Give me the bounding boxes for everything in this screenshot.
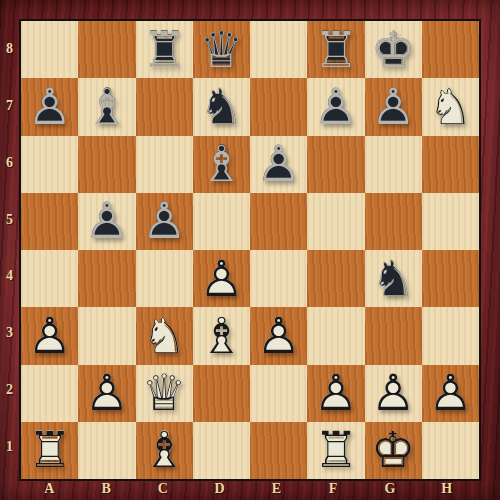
- black-rook-outline: ♖: [307, 21, 364, 78]
- square-b4[interactable]: [78, 250, 135, 307]
- white-knight-outline: ♘: [136, 307, 193, 364]
- piece-white-pawn[interactable]: ♟♙: [21, 307, 78, 364]
- square-a3[interactable]: ♟♙: [21, 307, 78, 364]
- square-d4[interactable]: ♟♙: [193, 250, 250, 307]
- square-c5[interactable]: ♟♙: [136, 193, 193, 250]
- piece-black-queen[interactable]: ♛♕: [193, 21, 250, 78]
- white-king-outline: ♔: [365, 422, 422, 479]
- black-knight-outline: ♘: [193, 78, 250, 135]
- piece-white-pawn[interactable]: ♟♙: [365, 365, 422, 422]
- rank-label-2: 2: [0, 362, 19, 419]
- black-pawn-outline: ♙: [78, 193, 135, 250]
- file-label-c: C: [135, 479, 192, 499]
- square-g6[interactable]: [365, 136, 422, 193]
- square-f8[interactable]: ♜♖: [307, 21, 364, 78]
- square-d2[interactable]: [193, 365, 250, 422]
- piece-white-pawn[interactable]: ♟♙: [250, 307, 307, 364]
- rank-label-3: 3: [0, 305, 19, 362]
- square-a8[interactable]: [21, 21, 78, 78]
- square-h4[interactable]: [422, 250, 479, 307]
- piece-black-rook[interactable]: ♜♖: [136, 21, 193, 78]
- square-e2[interactable]: [250, 365, 307, 422]
- rank-label-1: 1: [0, 418, 19, 475]
- rank-labels: 87654321: [0, 21, 19, 475]
- black-knight-outline: ♘: [365, 250, 422, 307]
- file-label-d: D: [191, 479, 248, 499]
- piece-black-pawn[interactable]: ♟♙: [21, 78, 78, 135]
- rank-label-8: 8: [0, 21, 19, 78]
- square-h8[interactable]: [422, 21, 479, 78]
- white-rook-outline: ♖: [307, 422, 364, 479]
- black-pawn-outline: ♙: [307, 78, 364, 135]
- white-pawn-outline: ♙: [21, 307, 78, 364]
- white-queen-outline: ♕: [136, 365, 193, 422]
- piece-black-knight[interactable]: ♞♘: [193, 78, 250, 135]
- square-a5[interactable]: [21, 193, 78, 250]
- piece-black-pawn[interactable]: ♟♙: [78, 193, 135, 250]
- square-d5[interactable]: [193, 193, 250, 250]
- square-e8[interactable]: [250, 21, 307, 78]
- square-c2[interactable]: ♛♕: [136, 365, 193, 422]
- white-pawn-outline: ♙: [250, 307, 307, 364]
- black-queen-outline: ♕: [193, 21, 250, 78]
- square-d6[interactable]: ♝♗: [193, 136, 250, 193]
- square-b1[interactable]: [78, 422, 135, 479]
- square-b7[interactable]: ♝♗: [78, 78, 135, 135]
- square-a4[interactable]: [21, 250, 78, 307]
- square-a6[interactable]: [21, 136, 78, 193]
- file-label-g: G: [362, 479, 419, 499]
- piece-white-pawn[interactable]: ♟♙: [307, 365, 364, 422]
- white-pawn-outline: ♙: [78, 365, 135, 422]
- black-pawn-outline: ♙: [136, 193, 193, 250]
- piece-black-bishop[interactable]: ♝♗: [193, 136, 250, 193]
- square-e7[interactable]: [250, 78, 307, 135]
- square-h5[interactable]: [422, 193, 479, 250]
- piece-white-pawn[interactable]: ♟♙: [193, 250, 250, 307]
- square-g2[interactable]: ♟♙: [365, 365, 422, 422]
- square-e5[interactable]: [250, 193, 307, 250]
- black-bishop-outline: ♗: [193, 136, 250, 193]
- square-c8[interactable]: ♜♖: [136, 21, 193, 78]
- square-e3[interactable]: ♟♙: [250, 307, 307, 364]
- file-label-a: A: [21, 479, 78, 499]
- square-f1[interactable]: ♜♖: [307, 422, 364, 479]
- rank-label-4: 4: [0, 248, 19, 305]
- white-pawn-outline: ♙: [307, 365, 364, 422]
- square-b8[interactable]: [78, 21, 135, 78]
- piece-black-pawn[interactable]: ♟♙: [250, 136, 307, 193]
- square-c4[interactable]: [136, 250, 193, 307]
- black-bishop-outline: ♗: [78, 78, 135, 135]
- file-label-f: F: [305, 479, 362, 499]
- file-label-b: B: [78, 479, 135, 499]
- black-pawn-outline: ♙: [250, 136, 307, 193]
- piece-black-knight[interactable]: ♞♘: [365, 250, 422, 307]
- black-pawn-outline: ♙: [365, 78, 422, 135]
- square-f3[interactable]: [307, 307, 364, 364]
- white-bishop-outline: ♗: [193, 307, 250, 364]
- square-b6[interactable]: [78, 136, 135, 193]
- rank-label-5: 5: [0, 191, 19, 248]
- white-pawn-outline: ♙: [422, 365, 479, 422]
- piece-black-bishop[interactable]: ♝♗: [78, 78, 135, 135]
- white-bishop-outline: ♗: [136, 422, 193, 479]
- square-g7[interactable]: ♟♙: [365, 78, 422, 135]
- piece-black-pawn[interactable]: ♟♙: [307, 78, 364, 135]
- square-f6[interactable]: [307, 136, 364, 193]
- square-c6[interactable]: [136, 136, 193, 193]
- square-g8[interactable]: ♚♔: [365, 21, 422, 78]
- rank-label-7: 7: [0, 78, 19, 135]
- piece-white-bishop[interactable]: ♝♗: [193, 307, 250, 364]
- square-a1[interactable]: ♜♖: [21, 422, 78, 479]
- square-c7[interactable]: [136, 78, 193, 135]
- square-d1[interactable]: [193, 422, 250, 479]
- piece-black-pawn[interactable]: ♟♙: [365, 78, 422, 135]
- file-label-h: H: [418, 479, 475, 499]
- piece-black-rook[interactable]: ♜♖: [307, 21, 364, 78]
- square-c3[interactable]: ♞♘: [136, 307, 193, 364]
- square-d7[interactable]: ♞♘: [193, 78, 250, 135]
- square-a2[interactable]: [21, 365, 78, 422]
- square-a7[interactable]: ♟♙: [21, 78, 78, 135]
- square-b3[interactable]: [78, 307, 135, 364]
- piece-black-king[interactable]: ♚♔: [365, 21, 422, 78]
- piece-white-rook[interactable]: ♜♖: [21, 422, 78, 479]
- file-label-e: E: [248, 479, 305, 499]
- square-g3[interactable]: [365, 307, 422, 364]
- rank-label-6: 6: [0, 135, 19, 192]
- piece-white-knight[interactable]: ♞♘: [136, 307, 193, 364]
- black-king-outline: ♔: [365, 21, 422, 78]
- square-h6[interactable]: [422, 136, 479, 193]
- white-rook-outline: ♖: [21, 422, 78, 479]
- square-g5[interactable]: [365, 193, 422, 250]
- piece-white-queen[interactable]: ♛♕: [136, 365, 193, 422]
- piece-white-bishop[interactable]: ♝♗: [136, 422, 193, 479]
- square-h2[interactable]: ♟♙: [422, 365, 479, 422]
- file-labels: ABCDEFGH: [21, 479, 475, 499]
- black-rook-outline: ♖: [136, 21, 193, 78]
- black-pawn-outline: ♙: [21, 78, 78, 135]
- square-d8[interactable]: ♛♕: [193, 21, 250, 78]
- square-d3[interactable]: ♝♗: [193, 307, 250, 364]
- square-e4[interactable]: [250, 250, 307, 307]
- square-f4[interactable]: [307, 250, 364, 307]
- square-f2[interactable]: ♟♙: [307, 365, 364, 422]
- square-f5[interactable]: [307, 193, 364, 250]
- piece-white-pawn[interactable]: ♟♙: [78, 365, 135, 422]
- piece-black-pawn[interactable]: ♟♙: [136, 193, 193, 250]
- square-c1[interactable]: ♝♗: [136, 422, 193, 479]
- chess-diagram: 87654321 ABCDEFGH ♜♖♛♕♜♖♚♔♟♙♝♗♞♘♟♙♟♙♞♘♝♗…: [0, 0, 500, 500]
- white-knight-outline: ♘: [422, 78, 479, 135]
- chess-board: ♜♖♛♕♜♖♚♔♟♙♝♗♞♘♟♙♟♙♞♘♝♗♟♙♟♙♟♙♟♙♞♘♟♙♞♘♝♗♟♙…: [19, 19, 481, 481]
- white-pawn-outline: ♙: [365, 365, 422, 422]
- square-f7[interactable]: ♟♙: [307, 78, 364, 135]
- square-e6[interactable]: ♟♙: [250, 136, 307, 193]
- square-g1[interactable]: ♚♔: [365, 422, 422, 479]
- white-pawn-outline: ♙: [193, 250, 250, 307]
- piece-white-pawn[interactable]: ♟♙: [422, 365, 479, 422]
- piece-white-knight[interactable]: ♞♘: [422, 78, 479, 135]
- piece-white-king[interactable]: ♚♔: [365, 422, 422, 479]
- square-h1[interactable]: [422, 422, 479, 479]
- square-h3[interactable]: [422, 307, 479, 364]
- square-b2[interactable]: ♟♙: [78, 365, 135, 422]
- square-h7[interactable]: ♞♘: [422, 78, 479, 135]
- piece-white-rook[interactable]: ♜♖: [307, 422, 364, 479]
- square-e1[interactable]: [250, 422, 307, 479]
- square-g4[interactable]: ♞♘: [365, 250, 422, 307]
- square-b5[interactable]: ♟♙: [78, 193, 135, 250]
